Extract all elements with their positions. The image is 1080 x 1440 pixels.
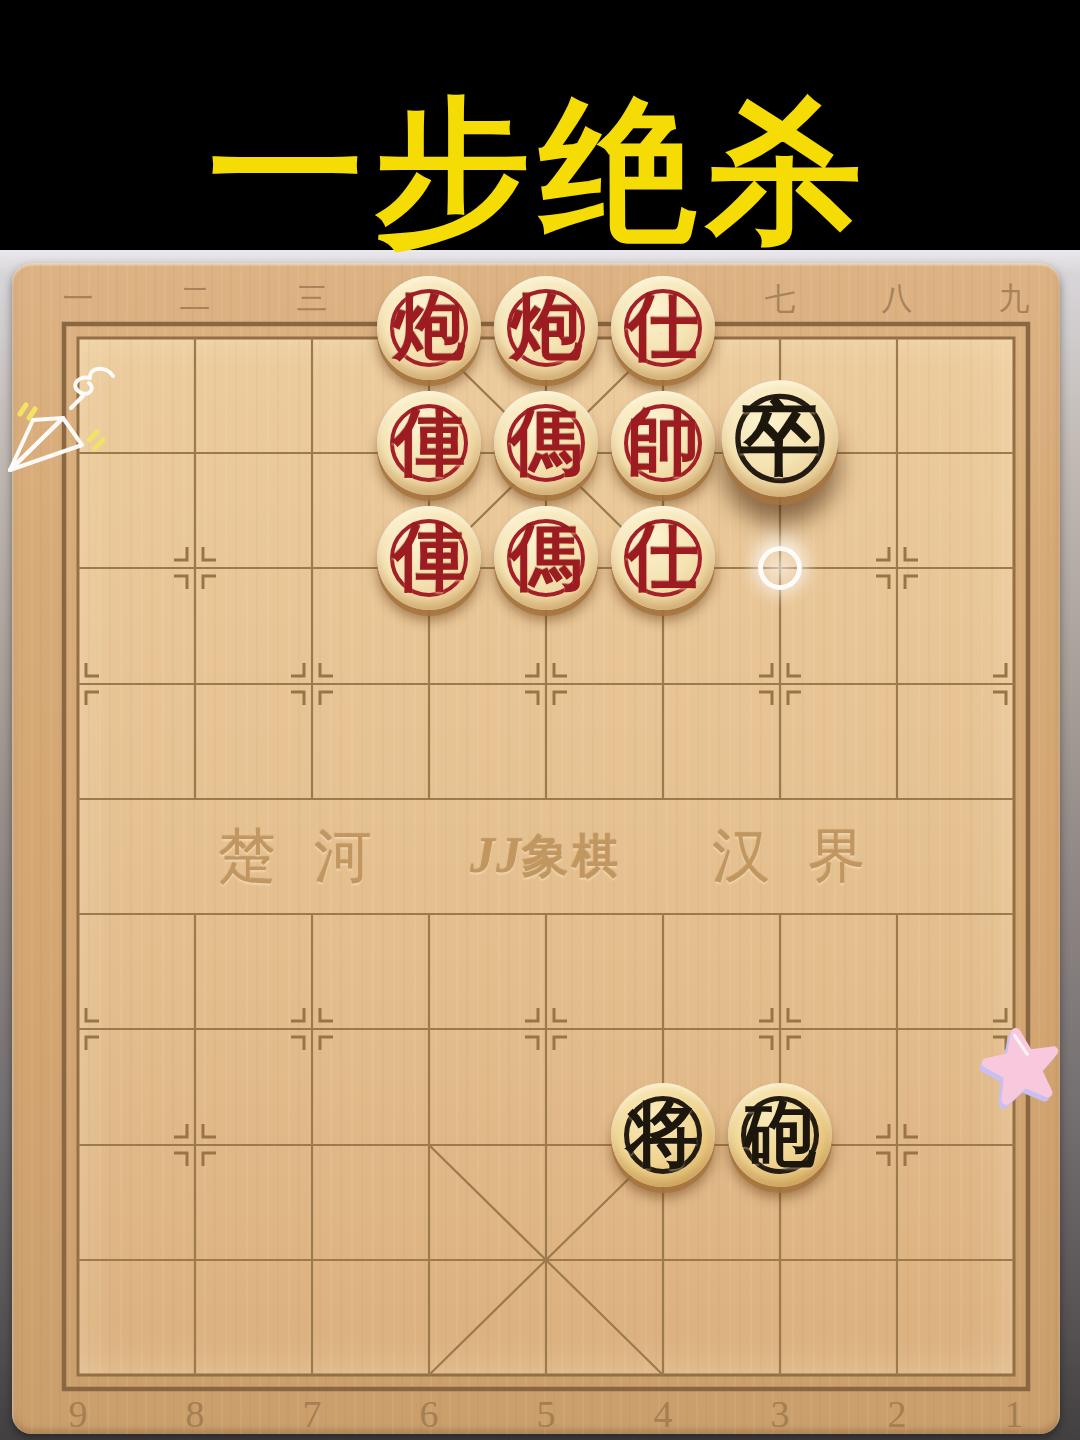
piece-red-俥[interactable]: 俥 (377, 506, 481, 610)
piece-glyph: 俥 (377, 506, 481, 610)
piece-red-仕[interactable]: 仕 (611, 276, 715, 380)
piece-glyph: 帥 (611, 391, 715, 495)
piece-glyph: 仕 (611, 276, 715, 380)
piece-red-帥[interactable]: 帥 (611, 391, 715, 495)
piece-red-傌[interactable]: 傌 (494, 506, 598, 610)
piece-black-将[interactable]: 将 (611, 1083, 715, 1187)
piece-glyph: 仕 (611, 506, 715, 610)
piece-red-炮[interactable]: 炮 (494, 276, 598, 380)
screenshot-root: 一 二 三 四 五 六 七 八 九 9 8 7 6 5 4 3 2 1 楚河 J… (0, 0, 1080, 1440)
piece-glyph: 炮 (377, 276, 481, 380)
piece-black-砲[interactable]: 砲 (728, 1083, 832, 1187)
piece-glyph: 炮 (494, 276, 598, 380)
piece-glyph: 傌 (494, 391, 598, 495)
piece-red-傌[interactable]: 傌 (494, 391, 598, 495)
piece-glyph: 砲 (728, 1083, 832, 1187)
piece-glyph: 傌 (494, 506, 598, 610)
piece-glyph: 卒 (722, 380, 838, 496)
paper-plane-doodle (0, 350, 200, 590)
puzzle-title: 一步绝杀 (0, 68, 1080, 278)
piece-red-仕[interactable]: 仕 (611, 506, 715, 610)
video-header: 一步绝杀 (0, 0, 1080, 250)
star-sticker (980, 1028, 1064, 1112)
piece-red-炮[interactable]: 炮 (377, 276, 481, 380)
piece-glyph: 将 (611, 1083, 715, 1187)
piece-red-俥[interactable]: 俥 (377, 391, 481, 495)
piece-black-卒[interactable]: 卒 (722, 380, 838, 496)
piece-glyph: 俥 (377, 391, 481, 495)
